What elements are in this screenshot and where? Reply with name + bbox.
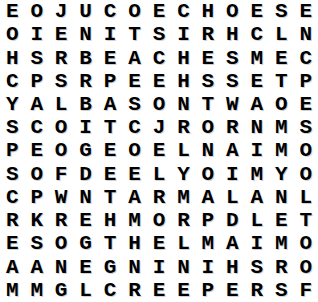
grid-cell[interactable]: R — [49, 209, 73, 232]
grid-cell[interactable]: A — [122, 46, 146, 69]
grid-cell[interactable]: O — [147, 209, 171, 232]
grid-cell[interactable]: W — [49, 186, 73, 209]
grid-cell[interactable]: N — [171, 93, 195, 116]
grid-cell[interactable]: R — [171, 209, 195, 232]
grid-cell[interactable]: O — [220, 0, 244, 23]
grid-cell[interactable]: J — [49, 0, 73, 23]
grid-cell[interactable]: A — [24, 256, 48, 279]
grid-cell[interactable]: T — [98, 186, 122, 209]
grid-cell[interactable]: O — [196, 163, 220, 186]
grid-cell[interactable]: H — [196, 0, 220, 23]
grid-cell[interactable]: L — [269, 23, 293, 46]
grid-cell[interactable]: N — [73, 186, 97, 209]
grid-cell[interactable]: C — [0, 70, 24, 93]
grid-cell[interactable]: L — [49, 93, 73, 116]
grid-cell[interactable]: H — [98, 209, 122, 232]
grid-cell[interactable]: I — [73, 116, 97, 139]
grid-cell[interactable]: O — [24, 0, 48, 23]
grid-cell[interactable]: A — [0, 256, 24, 279]
grid-cell[interactable]: P — [294, 70, 318, 93]
grid-cell[interactable]: M — [0, 279, 24, 302]
grid-cell[interactable]: R — [122, 279, 146, 302]
grid-cell[interactable]: E — [98, 163, 122, 186]
grid-cell[interactable]: S — [196, 70, 220, 93]
grid-cell[interactable]: B — [73, 93, 97, 116]
grid-cell[interactable]: O — [196, 116, 220, 139]
grid-cell[interactable]: E — [98, 139, 122, 162]
grid-cell[interactable]: A — [220, 232, 244, 255]
grid-cell[interactable]: K — [24, 209, 48, 232]
grid-cell[interactable]: A — [220, 139, 244, 162]
grid-cell[interactable]: S — [24, 46, 48, 69]
grid-cell[interactable]: N — [245, 116, 269, 139]
grid-cell[interactable]: C — [98, 0, 122, 23]
grid-cell[interactable]: L — [220, 186, 244, 209]
grid-cell[interactable]: I — [245, 139, 269, 162]
grid-cell[interactable]: F — [294, 279, 318, 302]
grid-cell[interactable]: N — [171, 256, 195, 279]
grid-cell[interactable]: O — [294, 139, 318, 162]
grid-cell[interactable]: A — [245, 93, 269, 116]
grid-cell[interactable]: T — [98, 116, 122, 139]
grid-cell[interactable]: C — [24, 116, 48, 139]
grid-cell[interactable]: T — [196, 93, 220, 116]
grid-cell[interactable]: A — [245, 186, 269, 209]
grid-cell[interactable]: T — [294, 209, 318, 232]
grid-cell[interactable]: E — [98, 46, 122, 69]
grid-cell[interactable]: I — [245, 232, 269, 255]
grid-cell[interactable]: E — [147, 0, 171, 23]
grid-cell[interactable]: P — [24, 186, 48, 209]
grid-cell[interactable]: E — [73, 209, 97, 232]
grid-cell[interactable]: E — [269, 209, 293, 232]
grid-cell[interactable]: M — [245, 163, 269, 186]
grid-cell[interactable]: R — [196, 23, 220, 46]
grid-cell[interactable]: S — [24, 232, 48, 255]
grid-cell[interactable]: M — [196, 232, 220, 255]
grid-cell[interactable]: S — [269, 0, 293, 23]
grid-cell[interactable]: E — [294, 0, 318, 23]
grid-cell[interactable]: S — [122, 93, 146, 116]
grid-cell[interactable]: P — [196, 209, 220, 232]
grid-cell[interactable]: M — [269, 139, 293, 162]
grid-cell[interactable]: N — [294, 23, 318, 46]
grid-cell[interactable]: A — [24, 93, 48, 116]
grid-cell[interactable]: E — [220, 279, 244, 302]
grid-cell[interactable]: O — [269, 93, 293, 116]
grid-cell[interactable]: O — [24, 163, 48, 186]
grid-cell[interactable]: S — [294, 116, 318, 139]
grid-cell[interactable]: H — [220, 23, 244, 46]
grid-cell[interactable]: R — [171, 116, 195, 139]
grid-cell[interactable]: E — [147, 70, 171, 93]
grid-cell[interactable]: C — [245, 23, 269, 46]
grid-cell[interactable]: E — [294, 93, 318, 116]
grid-cell[interactable]: N — [122, 256, 146, 279]
grid-cell[interactable]: S — [0, 163, 24, 186]
grid-cell[interactable]: I — [147, 256, 171, 279]
grid-cell[interactable]: T — [122, 23, 146, 46]
grid-cell[interactable]: E — [122, 70, 146, 93]
grid-cell[interactable]: H — [220, 256, 244, 279]
grid-cell[interactable]: C — [171, 0, 195, 23]
word-search-grid: EOJUCOECHOESEOIENITSIRHCLNHSRBEACHESMECC… — [0, 0, 318, 302]
grid-cell[interactable]: H — [171, 70, 195, 93]
grid-cell[interactable]: C — [122, 116, 146, 139]
grid-cell[interactable]: S — [220, 70, 244, 93]
grid-cell[interactable]: H — [171, 46, 195, 69]
grid-cell[interactable]: N — [196, 139, 220, 162]
grid-cell[interactable]: E — [196, 46, 220, 69]
grid-cell[interactable]: C — [98, 279, 122, 302]
grid-cell[interactable]: T — [98, 232, 122, 255]
grid-cell[interactable]: P — [24, 70, 48, 93]
grid-cell[interactable]: R — [147, 186, 171, 209]
grid-cell[interactable]: E — [0, 0, 24, 23]
grid-cell[interactable]: L — [147, 163, 171, 186]
grid-cell[interactable]: R — [220, 116, 244, 139]
grid-cell[interactable]: O — [294, 256, 318, 279]
grid-cell[interactable]: S — [245, 256, 269, 279]
grid-cell[interactable]: I — [171, 23, 195, 46]
grid-cell[interactable]: S — [49, 70, 73, 93]
grid-cell[interactable]: E — [147, 279, 171, 302]
grid-cell[interactable]: E — [0, 232, 24, 255]
grid-cell[interactable]: R — [0, 209, 24, 232]
grid-cell[interactable]: N — [269, 186, 293, 209]
grid-cell[interactable]: P — [0, 139, 24, 162]
grid-cell[interactable]: G — [49, 279, 73, 302]
grid-cell[interactable]: M — [24, 279, 48, 302]
grid-cell[interactable]: R — [269, 256, 293, 279]
grid-cell[interactable]: N — [49, 256, 73, 279]
grid-cell[interactable]: M — [269, 116, 293, 139]
grid-cell[interactable]: U — [73, 0, 97, 23]
grid-cell[interactable]: E — [171, 279, 195, 302]
grid-cell[interactable]: N — [73, 23, 97, 46]
grid-cell[interactable]: E — [147, 232, 171, 255]
grid-cell[interactable]: Y — [171, 163, 195, 186]
grid-cell[interactable]: W — [220, 93, 244, 116]
grid-cell[interactable]: H — [122, 232, 146, 255]
grid-cell[interactable]: P — [98, 70, 122, 93]
grid-cell[interactable]: H — [0, 46, 24, 69]
grid-cell[interactable]: O — [0, 23, 24, 46]
grid-cell[interactable]: S — [269, 279, 293, 302]
grid-cell[interactable]: O — [49, 232, 73, 255]
grid-cell[interactable]: Y — [0, 93, 24, 116]
grid-cell[interactable]: G — [73, 232, 97, 255]
grid-cell[interactable]: O — [49, 116, 73, 139]
grid-cell[interactable]: A — [196, 186, 220, 209]
grid-cell[interactable]: C — [294, 46, 318, 69]
grid-cell[interactable]: J — [147, 116, 171, 139]
grid-cell[interactable]: G — [73, 139, 97, 162]
grid-cell[interactable]: P — [196, 279, 220, 302]
grid-cell[interactable]: M — [269, 232, 293, 255]
grid-cell[interactable]: S — [0, 116, 24, 139]
grid-cell[interactable]: L — [171, 139, 195, 162]
grid-cell[interactable]: C — [147, 46, 171, 69]
grid-cell[interactable]: D — [220, 209, 244, 232]
grid-cell[interactable]: F — [49, 163, 73, 186]
grid-cell[interactable]: I — [220, 163, 244, 186]
grid-cell[interactable]: L — [245, 209, 269, 232]
grid-cell[interactable]: I — [196, 256, 220, 279]
grid-cell[interactable]: T — [269, 70, 293, 93]
grid-cell[interactable]: M — [171, 186, 195, 209]
grid-cell[interactable]: E — [147, 139, 171, 162]
grid-cell[interactable]: B — [73, 46, 97, 69]
grid-cell[interactable]: O — [49, 139, 73, 162]
grid-cell[interactable]: M — [245, 46, 269, 69]
grid-cell[interactable]: A — [122, 186, 146, 209]
grid-cell[interactable]: O — [294, 163, 318, 186]
grid-cell[interactable]: O — [122, 0, 146, 23]
grid-cell[interactable]: I — [98, 23, 122, 46]
grid-cell[interactable]: M — [122, 209, 146, 232]
grid-cell[interactable]: R — [49, 46, 73, 69]
grid-cell[interactable]: D — [73, 163, 97, 186]
grid-cell[interactable]: I — [24, 23, 48, 46]
grid-cell[interactable]: A — [98, 93, 122, 116]
grid-cell[interactable]: E — [49, 23, 73, 46]
grid-cell[interactable]: L — [294, 186, 318, 209]
grid-cell[interactable]: E — [73, 256, 97, 279]
grid-cell[interactable]: Y — [269, 163, 293, 186]
grid-cell[interactable]: O — [294, 232, 318, 255]
grid-cell[interactable]: E — [24, 139, 48, 162]
grid-cell[interactable]: G — [98, 256, 122, 279]
grid-cell[interactable]: E — [122, 163, 146, 186]
grid-cell[interactable]: E — [245, 0, 269, 23]
grid-cell[interactable]: C — [0, 186, 24, 209]
grid-cell[interactable]: L — [73, 279, 97, 302]
grid-cell[interactable]: E — [245, 70, 269, 93]
grid-cell[interactable]: L — [171, 232, 195, 255]
grid-cell[interactable]: O — [122, 139, 146, 162]
grid-cell[interactable]: E — [269, 46, 293, 69]
grid-cell[interactable]: R — [73, 70, 97, 93]
grid-cell[interactable]: S — [220, 46, 244, 69]
grid-cell[interactable]: S — [147, 23, 171, 46]
grid-cell[interactable]: R — [245, 279, 269, 302]
grid-cell[interactable]: O — [147, 93, 171, 116]
